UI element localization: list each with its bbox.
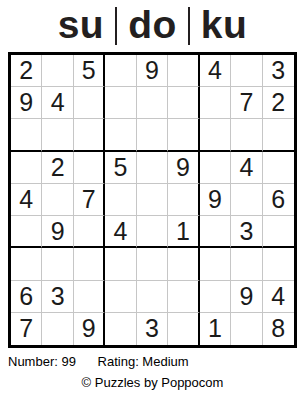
- sudoku-page: su do ku 259439472259447969413639479318 …: [0, 0, 305, 400]
- cell-r7c5: [137, 248, 168, 280]
- cell-r2c1: 9: [11, 87, 42, 119]
- title-word-do: do: [128, 5, 177, 48]
- puzzle-rating: Rating: Medium: [98, 354, 189, 369]
- cell-r8c7: [200, 281, 231, 313]
- cell-r4c6: 9: [168, 152, 199, 184]
- cell-r4c8: 4: [231, 152, 262, 184]
- cell-r1c1: 2: [11, 55, 42, 87]
- cell-r8c2: 3: [42, 281, 73, 313]
- cell-r6c1: [11, 216, 42, 248]
- cell-r8c9: 4: [263, 281, 294, 313]
- cell-r7c7: [200, 248, 231, 280]
- cell-r2c3: [74, 87, 105, 119]
- cell-r9c4: [105, 313, 136, 345]
- cell-r7c8: [231, 248, 262, 280]
- cell-r2c7: [200, 87, 231, 119]
- cell-r9c8: [231, 313, 262, 345]
- cell-r9c5: 3: [137, 313, 168, 345]
- cell-r9c7: 1: [200, 313, 231, 345]
- cell-r5c5: [137, 184, 168, 216]
- cell-r1c8: [231, 55, 262, 87]
- cell-r3c4: [105, 119, 136, 151]
- title-separator: [188, 7, 190, 45]
- copyright-line: © Puzzles by Poppocom: [0, 375, 305, 390]
- title-word-su: su: [58, 5, 105, 48]
- puzzle-info: Number: 99 Rating: Medium: [8, 354, 189, 369]
- cell-r6c9: [263, 216, 294, 248]
- cell-r9c2: [42, 313, 73, 345]
- cell-r5c6: [168, 184, 199, 216]
- title-word-ku: ku: [201, 5, 248, 48]
- cell-r2c2: 4: [42, 87, 73, 119]
- title-separator: [115, 7, 117, 45]
- cell-r9c1: 7: [11, 313, 42, 345]
- cell-r2c8: 7: [231, 87, 262, 119]
- cell-r6c4: 4: [105, 216, 136, 248]
- cell-r1c7: 4: [200, 55, 231, 87]
- cell-r6c7: [200, 216, 231, 248]
- cell-r2c9: 2: [263, 87, 294, 119]
- cell-r7c6: [168, 248, 199, 280]
- cell-r5c4: [105, 184, 136, 216]
- cell-r8c4: [105, 281, 136, 313]
- cell-r4c9: [263, 152, 294, 184]
- cell-r1c5: 9: [137, 55, 168, 87]
- cell-r6c8: 3: [231, 216, 262, 248]
- cell-r1c2: [42, 55, 73, 87]
- cell-r6c2: 9: [42, 216, 73, 248]
- cell-r8c6: [168, 281, 199, 313]
- cell-r7c9: [263, 248, 294, 280]
- cell-r4c5: [137, 152, 168, 184]
- cell-r4c2: 2: [42, 152, 73, 184]
- cell-r4c4: 5: [105, 152, 136, 184]
- sudoku-grid: 259439472259447969413639479318: [8, 52, 297, 348]
- cell-r7c1: [11, 248, 42, 280]
- cell-r6c5: [137, 216, 168, 248]
- cell-r3c5: [137, 119, 168, 151]
- cell-r8c8: 9: [231, 281, 262, 313]
- cell-r1c6: [168, 55, 199, 87]
- cell-r4c1: [11, 152, 42, 184]
- cell-r5c1: 4: [11, 184, 42, 216]
- puzzle-number: Number: 99: [8, 354, 76, 369]
- cell-r8c1: 6: [11, 281, 42, 313]
- cell-r5c8: [231, 184, 262, 216]
- cell-r7c2: [42, 248, 73, 280]
- cell-r7c4: [105, 248, 136, 280]
- cell-r3c7: [200, 119, 231, 151]
- cell-r3c3: [74, 119, 105, 151]
- page-title: su do ku: [0, 4, 305, 48]
- cell-r3c6: [168, 119, 199, 151]
- cell-r2c6: [168, 87, 199, 119]
- cell-r3c8: [231, 119, 262, 151]
- cell-r1c4: [105, 55, 136, 87]
- cell-r5c7: 9: [200, 184, 231, 216]
- cell-r5c9: 6: [263, 184, 294, 216]
- cell-r3c1: [11, 119, 42, 151]
- cell-r6c3: [74, 216, 105, 248]
- cell-r9c6: [168, 313, 199, 345]
- cell-r2c5: [137, 87, 168, 119]
- cell-r9c3: 9: [74, 313, 105, 345]
- cell-r8c5: [137, 281, 168, 313]
- cell-r3c2: [42, 119, 73, 151]
- cell-r3c9: [263, 119, 294, 151]
- cell-r4c3: [74, 152, 105, 184]
- cell-r4c7: [200, 152, 231, 184]
- cell-r7c3: [74, 248, 105, 280]
- cell-r1c3: 5: [74, 55, 105, 87]
- cell-r1c9: 3: [263, 55, 294, 87]
- cell-r5c2: [42, 184, 73, 216]
- cell-r9c9: 8: [263, 313, 294, 345]
- cell-r6c6: 1: [168, 216, 199, 248]
- cell-r5c3: 7: [74, 184, 105, 216]
- cell-r2c4: [105, 87, 136, 119]
- cell-r8c3: [74, 281, 105, 313]
